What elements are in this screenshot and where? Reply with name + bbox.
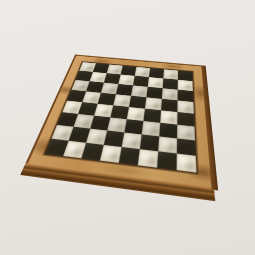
photo-backdrop: [0, 0, 255, 255]
square-e3: [124, 119, 143, 134]
square-g1: [157, 151, 177, 170]
board-right-edge: [201, 65, 218, 190]
square-h6: [178, 90, 194, 102]
square-f6: [146, 87, 162, 99]
board-grid: [45, 62, 196, 173]
square-h3: [177, 125, 195, 141]
square-g3: [159, 123, 177, 139]
square-h1: [177, 154, 197, 173]
square-f1: [138, 149, 158, 168]
square-g6: [162, 88, 178, 100]
square-e6: [131, 85, 148, 97]
square-f3: [142, 121, 161, 136]
perspective-scene: [0, 0, 255, 255]
chess-board: [25, 55, 215, 190]
square-e1: [119, 147, 140, 165]
